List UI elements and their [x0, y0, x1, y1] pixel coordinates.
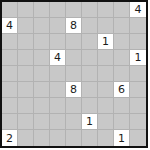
cell-r7c1[interactable]: [2, 98, 18, 114]
cell-r6c2[interactable]: [18, 82, 34, 98]
cell-r2c9[interactable]: [130, 18, 146, 34]
cell-r1c1[interactable]: [2, 2, 18, 18]
cell-r8c8[interactable]: [114, 114, 130, 130]
cell-r3c2[interactable]: [18, 34, 34, 50]
cell-r2c7[interactable]: [98, 18, 114, 34]
cell-r3c3[interactable]: [34, 34, 50, 50]
cell-r6c6[interactable]: [82, 82, 98, 98]
cell-r9c2[interactable]: [18, 130, 34, 146]
cell-r1c7[interactable]: [98, 2, 114, 18]
cell-r1c6[interactable]: [82, 2, 98, 18]
cell-r6c7[interactable]: [98, 82, 114, 98]
cell-r2c6[interactable]: [82, 18, 98, 34]
cell-r5c8[interactable]: [114, 66, 130, 82]
cell-r9c3[interactable]: [34, 130, 50, 146]
cell-r1c3[interactable]: [34, 2, 50, 18]
cell-r8c9[interactable]: [130, 114, 146, 130]
cell-r8c5[interactable]: [66, 114, 82, 130]
cell-r7c6[interactable]: [82, 98, 98, 114]
cell-r8c7[interactable]: [98, 114, 114, 130]
cell-r6c9[interactable]: [130, 82, 146, 98]
cell-r3c6[interactable]: [82, 34, 98, 50]
clue-cell-r4c4[interactable]: 4: [50, 50, 66, 66]
cell-r8c3[interactable]: [34, 114, 50, 130]
clue-cell-r2c1[interactable]: 4: [2, 18, 18, 34]
clue-cell-r4c9[interactable]: 1: [130, 50, 146, 66]
cell-r7c4[interactable]: [50, 98, 66, 114]
mosaic-board: 44814186121: [0, 0, 148, 148]
cell-r9c5[interactable]: [66, 130, 82, 146]
clue-cell-r3c7[interactable]: 1: [98, 34, 114, 50]
clue-cell-r1c9[interactable]: 4: [130, 2, 146, 18]
cell-r4c8[interactable]: [114, 50, 130, 66]
cell-r2c8[interactable]: [114, 18, 130, 34]
cell-r1c5[interactable]: [66, 2, 82, 18]
cell-r4c6[interactable]: [82, 50, 98, 66]
cell-r7c9[interactable]: [130, 98, 146, 114]
cell-r7c7[interactable]: [98, 98, 114, 114]
cell-r9c7[interactable]: [98, 130, 114, 146]
cell-r8c1[interactable]: [2, 114, 18, 130]
cell-r5c3[interactable]: [34, 66, 50, 82]
clue-cell-r9c1[interactable]: 2: [2, 130, 18, 146]
cell-r4c1[interactable]: [2, 50, 18, 66]
clue-cell-r8c6[interactable]: 1: [82, 114, 98, 130]
cell-r5c7[interactable]: [98, 66, 114, 82]
cell-r4c5[interactable]: [66, 50, 82, 66]
cell-r7c8[interactable]: [114, 98, 130, 114]
cell-r6c1[interactable]: [2, 82, 18, 98]
cell-r5c9[interactable]: [130, 66, 146, 82]
cell-r3c4[interactable]: [50, 34, 66, 50]
cell-r1c2[interactable]: [18, 2, 34, 18]
cell-r4c2[interactable]: [18, 50, 34, 66]
cell-r8c2[interactable]: [18, 114, 34, 130]
cell-r5c4[interactable]: [50, 66, 66, 82]
cell-r5c5[interactable]: [66, 66, 82, 82]
cell-r3c9[interactable]: [130, 34, 146, 50]
cell-r5c6[interactable]: [82, 66, 98, 82]
cell-r6c4[interactable]: [50, 82, 66, 98]
cell-r4c7[interactable]: [98, 50, 114, 66]
cell-r3c1[interactable]: [2, 34, 18, 50]
cell-r8c4[interactable]: [50, 114, 66, 130]
cell-r3c8[interactable]: [114, 34, 130, 50]
cell-r7c2[interactable]: [18, 98, 34, 114]
clue-cell-r6c5[interactable]: 8: [66, 82, 82, 98]
clue-cell-r9c8[interactable]: 1: [114, 130, 130, 146]
cell-r2c4[interactable]: [50, 18, 66, 34]
cell-r9c4[interactable]: [50, 130, 66, 146]
cell-r5c1[interactable]: [2, 66, 18, 82]
cell-r3c5[interactable]: [66, 34, 82, 50]
cell-r7c5[interactable]: [66, 98, 82, 114]
cell-r6c3[interactable]: [34, 82, 50, 98]
cell-r1c8[interactable]: [114, 2, 130, 18]
clue-cell-r6c8[interactable]: 6: [114, 82, 130, 98]
cell-r1c4[interactable]: [50, 2, 66, 18]
cell-r9c9[interactable]: [130, 130, 146, 146]
cell-r2c2[interactable]: [18, 18, 34, 34]
clue-cell-r2c5[interactable]: 8: [66, 18, 82, 34]
cell-r7c3[interactable]: [34, 98, 50, 114]
cell-r9c6[interactable]: [82, 130, 98, 146]
cell-r2c3[interactable]: [34, 18, 50, 34]
cell-r4c3[interactable]: [34, 50, 50, 66]
cell-r5c2[interactable]: [18, 66, 34, 82]
